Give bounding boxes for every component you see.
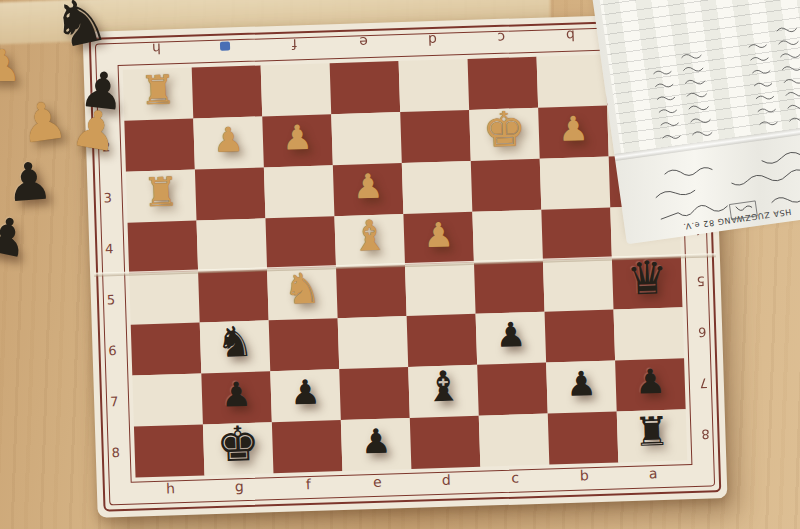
square-c5[interactable] <box>474 261 545 314</box>
file-label-bottom-g: g <box>205 478 274 494</box>
square-f2[interactable]: ♟ <box>262 114 333 167</box>
rank-label-left-6: 6 <box>100 343 124 357</box>
photo-of-chess-game: ♜♟♟♚♟♟♜♟♝♟♞♛♞♟♟♟♝♟♟♚♟♜ 1122334455667788h… <box>0 0 800 529</box>
square-h3[interactable]: ♜ <box>126 170 197 223</box>
piece-white-pawn-f2[interactable]: ♟ <box>282 119 314 154</box>
rank-label-right-8: 8 <box>693 427 717 441</box>
piece-white-rook-h3[interactable]: ♜ <box>143 171 180 212</box>
square-d2[interactable] <box>400 110 471 163</box>
square-d5[interactable] <box>405 263 476 316</box>
piece-white-pawn-g2[interactable]: ♟ <box>213 121 245 156</box>
square-e1[interactable] <box>330 61 401 114</box>
piece-white-pawn-b2[interactable]: ♟ <box>558 111 590 146</box>
piece-black-pawn-b7[interactable]: ♟ <box>566 365 598 400</box>
square-a8[interactable]: ♜ <box>617 409 688 462</box>
rank-label-left-3: 3 <box>96 190 120 204</box>
square-a6[interactable] <box>613 307 684 360</box>
square-c7[interactable] <box>477 363 548 416</box>
file-label-top-h: h <box>122 41 191 57</box>
square-f7[interactable]: ♟ <box>270 369 341 422</box>
square-d3[interactable] <box>402 161 473 214</box>
square-b6[interactable] <box>545 309 616 362</box>
file-label-bottom-h: h <box>136 480 205 496</box>
piece-white-king-c2[interactable]: ♚ <box>482 104 527 153</box>
rank-label-left-4: 4 <box>97 241 121 255</box>
file-label-top-c: c <box>467 30 536 46</box>
captured-white-pawn[interactable]: ♟ <box>0 44 21 88</box>
square-e2[interactable] <box>331 112 402 165</box>
square-b1[interactable] <box>537 55 608 108</box>
square-d6[interactable] <box>407 314 478 367</box>
piece-white-pawn-e3[interactable]: ♟ <box>352 168 384 203</box>
square-g5[interactable] <box>198 269 269 322</box>
square-c2[interactable]: ♚ <box>469 108 540 161</box>
file-label-top-d: d <box>398 32 467 48</box>
scoresheet-move-table <box>592 0 800 153</box>
rank-label-right-5: 5 <box>688 274 712 288</box>
piece-black-bishop-d7[interactable]: ♝ <box>424 365 463 408</box>
square-b8[interactable] <box>548 411 619 464</box>
captured-black-pawn[interactable]: ♟ <box>4 154 54 209</box>
file-label-bottom-e: e <box>343 474 412 490</box>
square-e4[interactable]: ♝ <box>334 214 405 267</box>
file-label-top-f: f <box>260 36 329 52</box>
square-g6[interactable]: ♞ <box>200 320 271 373</box>
piece-black-rook-a8[interactable]: ♜ <box>633 410 670 451</box>
square-h6[interactable] <box>131 322 202 375</box>
piece-black-pawn-e8[interactable]: ♟ <box>360 423 392 458</box>
square-f3[interactable] <box>264 165 335 218</box>
square-h1[interactable]: ♜ <box>123 68 194 121</box>
square-b2[interactable]: ♟ <box>538 106 609 159</box>
file-label-top-e: e <box>329 34 398 50</box>
file-label-bottom-b: b <box>549 467 618 483</box>
square-h8[interactable] <box>134 424 205 477</box>
square-f1[interactable] <box>261 63 332 116</box>
square-g1[interactable] <box>192 65 263 118</box>
square-h4[interactable] <box>128 221 199 274</box>
file-label-bottom-a: a <box>618 465 687 481</box>
captured-white-pawn[interactable]: ♟ <box>68 100 123 159</box>
square-d8[interactable] <box>410 416 481 469</box>
square-c4[interactable] <box>472 210 543 263</box>
square-g8[interactable]: ♚ <box>203 422 274 475</box>
square-e3[interactable]: ♟ <box>333 163 404 216</box>
square-b3[interactable] <box>540 157 611 210</box>
piece-black-pawn-a7[interactable]: ♟ <box>634 363 666 398</box>
piece-black-pawn-g7[interactable]: ♟ <box>221 376 253 411</box>
square-b5[interactable] <box>543 258 614 311</box>
captured-white-pawn[interactable]: ♟ <box>17 93 70 151</box>
square-f4[interactable] <box>265 216 336 269</box>
square-e8[interactable]: ♟ <box>341 418 412 471</box>
square-f5[interactable]: ♞ <box>267 267 338 320</box>
square-h2[interactable] <box>124 119 195 172</box>
file-label-top-b: b <box>536 28 605 44</box>
file-label-bottom-c: c <box>481 470 550 486</box>
handwriting-scribbles <box>592 0 800 153</box>
square-h5[interactable] <box>129 272 200 325</box>
square-a7[interactable]: ♟ <box>615 358 686 411</box>
square-g3[interactable] <box>195 167 266 220</box>
piece-black-king-g8[interactable]: ♚ <box>216 418 261 467</box>
square-e7[interactable] <box>339 367 410 420</box>
square-g4[interactable] <box>197 218 268 271</box>
square-b7[interactable]: ♟ <box>546 360 617 413</box>
piece-white-bishop-e4[interactable]: ♝ <box>350 214 389 257</box>
piece-white-rook-h1[interactable]: ♜ <box>139 69 176 110</box>
file-label-bottom-d: d <box>412 472 481 488</box>
square-c3[interactable] <box>471 159 542 212</box>
piece-black-queen-a5[interactable]: ♛ <box>626 254 669 301</box>
rank-label-left-5: 5 <box>99 292 123 306</box>
square-d4[interactable]: ♟ <box>403 212 474 265</box>
board-logo-mark <box>220 41 230 50</box>
piece-white-knight-f5[interactable]: ♞ <box>283 267 322 310</box>
square-f8[interactable] <box>272 420 343 473</box>
rank-label-right-7: 7 <box>692 376 716 390</box>
square-f6[interactable] <box>269 318 340 371</box>
square-d7[interactable]: ♝ <box>408 365 479 418</box>
square-g2[interactable]: ♟ <box>193 116 264 169</box>
piece-black-knight-g6[interactable]: ♞ <box>215 320 254 363</box>
rank-label-left-8: 8 <box>104 445 128 459</box>
square-a5[interactable]: ♛ <box>612 256 683 309</box>
rank-label-left-7: 7 <box>102 394 126 408</box>
square-c6[interactable]: ♟ <box>476 312 547 365</box>
file-label-bottom-f: f <box>274 476 343 492</box>
piece-white-pawn-d4[interactable]: ♟ <box>423 217 455 252</box>
square-e6[interactable] <box>338 316 409 369</box>
piece-black-pawn-f7[interactable]: ♟ <box>290 374 322 409</box>
rank-label-right-6: 6 <box>690 325 714 339</box>
square-c8[interactable] <box>479 414 550 467</box>
square-b4[interactable] <box>541 208 612 261</box>
square-h7[interactable] <box>132 373 203 426</box>
captured-black-knight[interactable]: ♞ <box>46 0 113 59</box>
piece-black-pawn-c6[interactable]: ♟ <box>495 317 527 352</box>
square-e5[interactable] <box>336 265 407 318</box>
square-d1[interactable] <box>399 59 470 112</box>
